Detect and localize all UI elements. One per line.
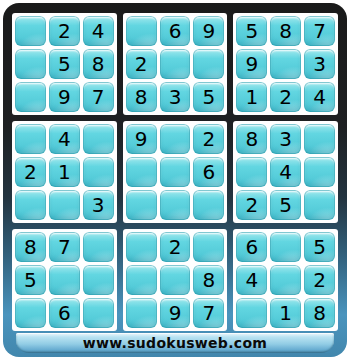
footer-bar: www.sudokusweb.com — [16, 333, 334, 353]
cell-r2c9[interactable]: 3 — [304, 49, 335, 79]
cell-r6c2[interactable] — [49, 190, 80, 220]
cell-r6c4[interactable] — [126, 190, 157, 220]
cell-r5c4[interactable] — [126, 157, 157, 187]
cell-r9c3[interactable] — [83, 298, 114, 328]
cell-r2c7[interactable]: 9 — [236, 49, 267, 79]
cell-r2c2[interactable]: 5 — [49, 49, 80, 79]
cell-r3c4[interactable]: 8 — [126, 82, 157, 112]
box-3: 58793124 — [233, 13, 338, 115]
cell-r1c2[interactable]: 2 — [49, 16, 80, 46]
cell-r8c4[interactable] — [126, 265, 157, 295]
cell-r6c9[interactable] — [304, 190, 335, 220]
cell-r2c4[interactable]: 2 — [126, 49, 157, 79]
box-5: 926 — [123, 121, 228, 223]
cell-r4c4[interactable]: 9 — [126, 124, 157, 154]
cell-r5c9[interactable] — [304, 157, 335, 187]
cell-r7c1[interactable]: 8 — [15, 232, 46, 262]
box-2: 692835 — [123, 13, 228, 115]
cell-r4c8[interactable]: 3 — [270, 124, 301, 154]
cell-r3c2[interactable]: 9 — [49, 82, 80, 112]
cell-r8c6[interactable]: 8 — [193, 265, 224, 295]
board-frame: 2458976928355879312442139268342587562897… — [3, 3, 347, 357]
cell-r2c3[interactable]: 8 — [83, 49, 114, 79]
cell-r6c3[interactable]: 3 — [83, 190, 114, 220]
cell-r5c7[interactable] — [236, 157, 267, 187]
cell-r6c5[interactable] — [160, 190, 191, 220]
cell-r2c6[interactable] — [193, 49, 224, 79]
cell-r6c8[interactable]: 5 — [270, 190, 301, 220]
cell-r9c8[interactable]: 1 — [270, 298, 301, 328]
sudoku-widget: 2458976928355879312442139268342587562897… — [0, 0, 350, 360]
cell-r6c7[interactable]: 2 — [236, 190, 267, 220]
cell-r6c1[interactable] — [15, 190, 46, 220]
cell-r1c4[interactable] — [126, 16, 157, 46]
cell-r3c3[interactable]: 7 — [83, 82, 114, 112]
cell-r3c8[interactable]: 2 — [270, 82, 301, 112]
cell-r9c6[interactable]: 7 — [193, 298, 224, 328]
cell-r8c1[interactable]: 5 — [15, 265, 46, 295]
cell-r1c6[interactable]: 9 — [193, 16, 224, 46]
cell-r9c5[interactable]: 9 — [160, 298, 191, 328]
cell-r8c2[interactable] — [49, 265, 80, 295]
cell-r1c7[interactable]: 5 — [236, 16, 267, 46]
cell-r7c8[interactable] — [270, 232, 301, 262]
cell-r8c5[interactable] — [160, 265, 191, 295]
cell-r8c3[interactable] — [83, 265, 114, 295]
cell-r1c9[interactable]: 7 — [304, 16, 335, 46]
cell-r5c1[interactable]: 2 — [15, 157, 46, 187]
cell-r1c5[interactable]: 6 — [160, 16, 191, 46]
cell-r6c6[interactable] — [193, 190, 224, 220]
cell-r4c2[interactable]: 4 — [49, 124, 80, 154]
cell-r1c8[interactable]: 8 — [270, 16, 301, 46]
cell-r9c2[interactable]: 6 — [49, 298, 80, 328]
cell-r3c7[interactable]: 1 — [236, 82, 267, 112]
cell-r4c5[interactable] — [160, 124, 191, 154]
cell-r3c6[interactable]: 5 — [193, 82, 224, 112]
cell-r3c1[interactable] — [15, 82, 46, 112]
cell-r7c5[interactable]: 2 — [160, 232, 191, 262]
cell-r4c6[interactable]: 2 — [193, 124, 224, 154]
cell-r9c7[interactable] — [236, 298, 267, 328]
cell-r5c6[interactable]: 6 — [193, 157, 224, 187]
cell-r3c9[interactable]: 4 — [304, 82, 335, 112]
box-6: 83425 — [233, 121, 338, 223]
cell-r7c9[interactable]: 5 — [304, 232, 335, 262]
cell-r7c3[interactable] — [83, 232, 114, 262]
cell-r8c7[interactable]: 4 — [236, 265, 267, 295]
box-9: 654218 — [233, 229, 338, 331]
cell-r2c8[interactable] — [270, 49, 301, 79]
box-4: 4213 — [12, 121, 117, 223]
cell-r1c3[interactable]: 4 — [83, 16, 114, 46]
cell-r5c2[interactable]: 1 — [49, 157, 80, 187]
website-link[interactable]: www.sudokusweb.com — [83, 335, 267, 351]
cell-r5c3[interactable] — [83, 157, 114, 187]
cell-r7c2[interactable]: 7 — [49, 232, 80, 262]
box-7: 8756 — [12, 229, 117, 331]
cell-r2c1[interactable] — [15, 49, 46, 79]
box-8: 2897 — [123, 229, 228, 331]
cell-r5c5[interactable] — [160, 157, 191, 187]
cell-r8c8[interactable] — [270, 265, 301, 295]
cell-r4c1[interactable] — [15, 124, 46, 154]
cell-r9c4[interactable] — [126, 298, 157, 328]
cell-r4c9[interactable] — [304, 124, 335, 154]
cell-r5c8[interactable]: 4 — [270, 157, 301, 187]
sudoku-board: 2458976928355879312442139268342587562897… — [12, 13, 338, 331]
cell-r9c9[interactable]: 8 — [304, 298, 335, 328]
cell-r2c5[interactable] — [160, 49, 191, 79]
cell-r4c3[interactable] — [83, 124, 114, 154]
cell-r7c6[interactable] — [193, 232, 224, 262]
cell-r9c1[interactable] — [15, 298, 46, 328]
cell-r7c4[interactable] — [126, 232, 157, 262]
cell-r8c9[interactable]: 2 — [304, 265, 335, 295]
cell-r4c7[interactable]: 8 — [236, 124, 267, 154]
cell-r1c1[interactable] — [15, 16, 46, 46]
cell-r3c5[interactable]: 3 — [160, 82, 191, 112]
cell-r7c7[interactable]: 6 — [236, 232, 267, 262]
box-1: 245897 — [12, 13, 117, 115]
